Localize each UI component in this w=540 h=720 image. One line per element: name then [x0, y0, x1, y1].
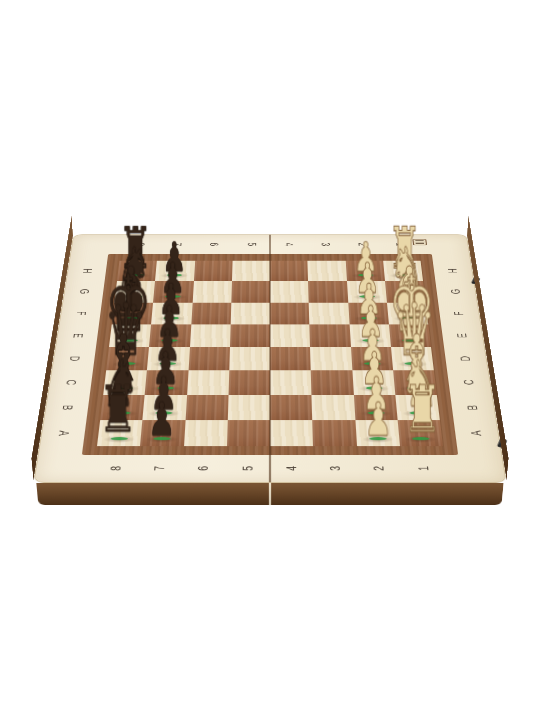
square-f3 — [309, 302, 349, 324]
coord-label: D — [57, 347, 91, 370]
square-h6 — [193, 261, 232, 282]
felt-base — [358, 274, 373, 277]
coord-label: 7 — [158, 237, 196, 252]
coord-label: 4 — [270, 237, 307, 252]
coord-label: 1 — [401, 458, 447, 478]
coord-label: A — [459, 420, 495, 446]
piece-cell-a6 — [183, 420, 227, 446]
coord-label: 5 — [226, 458, 270, 478]
coord-label: D — [449, 347, 483, 370]
square-h8 — [117, 261, 157, 282]
chess-set-photo: 87654321 87654321 HGFEDCBA HGFEDCBA ♜♟♟♜… — [0, 0, 540, 720]
coord-label: F — [65, 302, 97, 324]
square-f5 — [230, 302, 270, 324]
coord-label: 2 — [344, 237, 382, 252]
coord-label: A — [45, 420, 81, 446]
rank-labels-bottom: 87654321 — [93, 458, 447, 478]
square-g3 — [308, 281, 348, 302]
piece-cell-c5 — [228, 370, 270, 394]
brand-stamp-icon — [412, 239, 427, 245]
piece-cell-b3 — [312, 395, 356, 420]
coord-label: H — [71, 261, 102, 282]
felt-base — [396, 274, 411, 277]
coord-label: 7 — [137, 458, 182, 478]
piece-cell-b6 — [185, 395, 229, 420]
piece-black-rook: ♜ — [99, 377, 138, 442]
square-g4 — [270, 281, 309, 302]
piece-cell-c4 — [270, 370, 312, 394]
coord-label: G — [68, 281, 100, 302]
coord-label: 3 — [307, 237, 345, 252]
fold-seam-front — [269, 483, 271, 505]
coord-label: E — [61, 324, 94, 347]
piece-cell-a7: ♟ — [139, 420, 184, 446]
file-labels-left: HGFEDCBA — [45, 261, 102, 447]
piece-cell-a1: ♜ — [398, 420, 444, 446]
square-g2 — [347, 281, 387, 302]
coord-label: E — [446, 324, 479, 347]
square-h2 — [345, 261, 384, 282]
coord-label: C — [53, 370, 87, 394]
piece-cell-d3 — [311, 347, 353, 371]
piece-cell-a8: ♜ — [96, 420, 142, 446]
coord-label: F — [443, 302, 475, 324]
square-e3 — [310, 324, 351, 347]
piece-cell-c6 — [186, 370, 229, 394]
piece-cell-b4 — [270, 395, 313, 420]
felt-base — [167, 274, 182, 277]
square-h5 — [232, 261, 270, 282]
square-f6 — [191, 302, 231, 324]
coord-label: 5 — [233, 237, 270, 252]
file-labels-right: HGFEDCBA — [437, 261, 494, 447]
coord-label: B — [455, 395, 490, 420]
chess-board: 87654321 87654321 HGFEDCBA HGFEDCBA ♜♟♟♜… — [33, 234, 507, 483]
coord-label: B — [50, 395, 85, 420]
coord-label: 4 — [270, 458, 314, 478]
piece-cell-d5 — [229, 347, 270, 371]
coord-label: H — [437, 261, 468, 282]
piece-cell-a3 — [313, 420, 357, 446]
felt-base — [129, 274, 144, 277]
coord-label: C — [452, 370, 486, 394]
piece-white-pawn: ♟ — [365, 396, 393, 442]
coord-label: 8 — [93, 458, 139, 478]
board-side-front — [36, 483, 503, 505]
felt-base — [359, 295, 375, 298]
piece-cell-c3 — [311, 370, 354, 394]
square-e6 — [190, 324, 231, 347]
coord-label: 6 — [195, 237, 233, 252]
square-h4 — [270, 261, 308, 282]
coord-label: 2 — [357, 458, 402, 478]
square-g6 — [192, 281, 232, 302]
square-e5 — [230, 324, 270, 347]
piece-cell-d4 — [270, 347, 311, 371]
coord-label: 8 — [121, 237, 160, 252]
square-h3 — [308, 261, 347, 282]
piece-cell-a4 — [270, 420, 314, 446]
square-e4 — [270, 324, 310, 347]
square-f4 — [270, 302, 310, 324]
coord-label: G — [440, 281, 472, 302]
coord-label: 3 — [314, 458, 359, 478]
felt-base — [165, 295, 181, 298]
piece-white-rook: ♜ — [403, 377, 442, 442]
square-h1 — [383, 261, 423, 282]
piece-cell-a5 — [226, 420, 270, 446]
square-g7 — [153, 281, 193, 302]
piece-black-pawn: ♟ — [148, 396, 176, 442]
piece-cell-a2: ♟ — [355, 420, 400, 446]
square-g5 — [231, 281, 270, 302]
square-h7 — [155, 261, 194, 282]
coord-label: 6 — [182, 458, 227, 478]
piece-cell-d6 — [188, 347, 230, 371]
piece-cell-b5 — [227, 395, 270, 420]
